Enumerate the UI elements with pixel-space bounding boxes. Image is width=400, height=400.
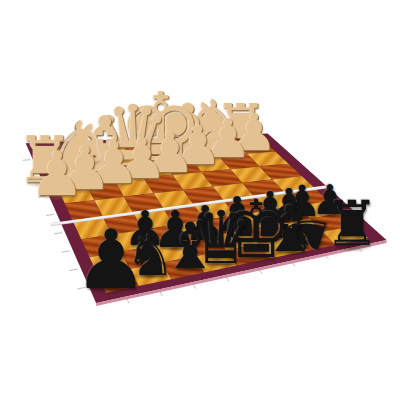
chess-board	[0, 0, 400, 400]
chess-set-photo: ♜♞♝♛♚♝♞♜♟♟♟♟♟♟♟♟♟♞♝♛♚♝♞♜♟♟♟♟♟♟♟♟	[0, 0, 400, 400]
